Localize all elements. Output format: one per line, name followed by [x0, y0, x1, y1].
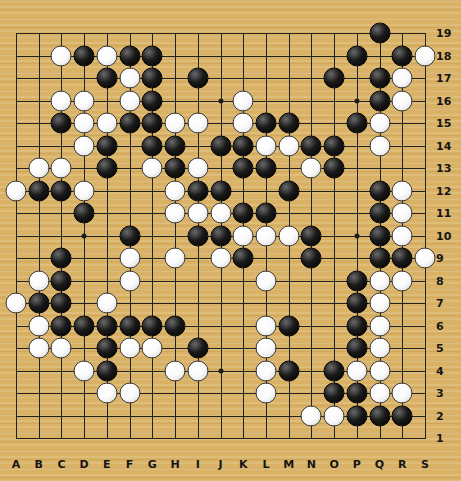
white-stone — [96, 293, 117, 314]
column-label: A — [12, 458, 21, 471]
white-stone — [187, 113, 208, 134]
column-label: H — [170, 458, 179, 471]
row-label: 3 — [436, 387, 444, 400]
black-stone — [233, 158, 254, 179]
black-stone — [210, 180, 231, 201]
black-stone — [165, 315, 186, 336]
black-stone — [255, 203, 276, 224]
row-label: 8 — [436, 274, 444, 287]
star-point — [354, 233, 359, 238]
black-stone — [233, 248, 254, 269]
black-stone — [96, 68, 117, 89]
black-stone — [165, 135, 186, 156]
black-stone — [346, 113, 367, 134]
white-stone — [96, 45, 117, 66]
black-stone — [392, 405, 413, 426]
white-stone — [119, 338, 140, 359]
black-stone — [255, 113, 276, 134]
white-stone — [187, 203, 208, 224]
white-stone — [278, 135, 299, 156]
column-label: R — [398, 458, 406, 471]
white-stone — [6, 293, 27, 314]
row-label: 2 — [436, 409, 444, 422]
white-stone — [119, 248, 140, 269]
white-stone — [6, 180, 27, 201]
black-stone — [187, 180, 208, 201]
white-stone — [392, 270, 413, 291]
grid-line-vertical — [425, 33, 426, 439]
black-stone — [369, 248, 390, 269]
star-point — [354, 98, 359, 103]
white-stone — [392, 225, 413, 246]
black-stone — [142, 90, 163, 111]
white-stone — [187, 158, 208, 179]
black-stone — [119, 315, 140, 336]
column-label: S — [421, 458, 429, 471]
row-label: 12 — [436, 184, 451, 197]
black-stone — [119, 225, 140, 246]
black-stone — [74, 315, 95, 336]
row-label: 5 — [436, 342, 444, 355]
white-stone — [119, 270, 140, 291]
column-label: Q — [375, 458, 384, 471]
column-label: F — [126, 458, 134, 471]
white-stone — [324, 405, 345, 426]
black-stone — [210, 135, 231, 156]
white-stone — [255, 315, 276, 336]
black-stone — [74, 45, 95, 66]
black-stone — [369, 225, 390, 246]
row-label: 1 — [436, 432, 444, 445]
black-stone — [369, 180, 390, 201]
black-stone — [51, 270, 72, 291]
white-stone — [96, 113, 117, 134]
black-stone — [324, 360, 345, 381]
white-stone — [165, 180, 186, 201]
white-stone — [96, 383, 117, 404]
black-stone — [346, 293, 367, 314]
black-stone — [142, 113, 163, 134]
black-stone — [301, 135, 322, 156]
black-stone — [346, 338, 367, 359]
black-stone — [255, 158, 276, 179]
white-stone — [369, 383, 390, 404]
white-stone — [119, 383, 140, 404]
white-stone — [346, 360, 367, 381]
column-label: P — [353, 458, 361, 471]
white-stone — [119, 90, 140, 111]
white-stone — [255, 338, 276, 359]
black-stone — [187, 338, 208, 359]
black-stone — [119, 45, 140, 66]
row-label: 7 — [436, 297, 444, 310]
grid-line-vertical — [39, 33, 40, 439]
row-label: 14 — [436, 139, 451, 152]
black-stone — [74, 203, 95, 224]
black-stone — [324, 383, 345, 404]
white-stone — [278, 225, 299, 246]
black-stone — [210, 225, 231, 246]
white-stone — [301, 158, 322, 179]
white-stone — [255, 383, 276, 404]
white-stone — [187, 360, 208, 381]
black-stone — [324, 68, 345, 89]
white-stone — [28, 315, 49, 336]
white-stone — [74, 90, 95, 111]
column-label: G — [148, 458, 157, 471]
white-stone — [51, 338, 72, 359]
black-stone — [51, 315, 72, 336]
white-stone — [392, 68, 413, 89]
grid-line-vertical — [16, 33, 17, 439]
black-stone — [96, 315, 117, 336]
row-label: 6 — [436, 319, 444, 332]
black-stone — [142, 135, 163, 156]
black-stone — [278, 360, 299, 381]
white-stone — [255, 135, 276, 156]
black-stone — [392, 45, 413, 66]
white-stone — [233, 90, 254, 111]
black-stone — [187, 225, 208, 246]
white-stone — [392, 203, 413, 224]
black-stone — [346, 383, 367, 404]
star-point — [218, 98, 223, 103]
white-stone — [369, 360, 390, 381]
black-stone — [233, 135, 254, 156]
black-stone — [369, 23, 390, 44]
column-label: I — [196, 458, 200, 471]
black-stone — [369, 405, 390, 426]
white-stone — [142, 158, 163, 179]
column-label: D — [80, 458, 89, 471]
white-stone — [74, 180, 95, 201]
black-stone — [142, 68, 163, 89]
white-stone — [28, 270, 49, 291]
black-stone — [346, 270, 367, 291]
black-stone — [346, 405, 367, 426]
white-stone — [369, 113, 390, 134]
white-stone — [210, 203, 231, 224]
black-stone — [369, 68, 390, 89]
white-stone — [255, 225, 276, 246]
column-label: E — [103, 458, 111, 471]
white-stone — [255, 360, 276, 381]
white-stone — [369, 315, 390, 336]
black-stone — [301, 248, 322, 269]
column-label: M — [283, 458, 294, 471]
row-label: 10 — [436, 229, 451, 242]
black-stone — [51, 248, 72, 269]
column-label: O — [329, 458, 338, 471]
white-stone — [233, 225, 254, 246]
white-stone — [119, 68, 140, 89]
black-stone — [346, 45, 367, 66]
white-stone — [369, 135, 390, 156]
star-point — [218, 368, 223, 373]
white-stone — [165, 248, 186, 269]
row-label: 18 — [436, 49, 451, 62]
white-stone — [74, 360, 95, 381]
black-stone — [28, 293, 49, 314]
black-stone — [369, 203, 390, 224]
black-stone — [233, 203, 254, 224]
black-stone — [96, 360, 117, 381]
black-stone — [278, 113, 299, 134]
row-label: 11 — [436, 207, 451, 220]
row-label: 17 — [436, 72, 451, 85]
black-stone — [301, 225, 322, 246]
white-stone — [392, 383, 413, 404]
black-stone — [187, 68, 208, 89]
white-stone — [74, 135, 95, 156]
white-stone — [415, 248, 436, 269]
white-stone — [51, 90, 72, 111]
black-stone — [324, 158, 345, 179]
black-stone — [392, 248, 413, 269]
white-stone — [301, 405, 322, 426]
white-stone — [28, 158, 49, 179]
white-stone — [165, 360, 186, 381]
row-label: 19 — [436, 27, 451, 40]
black-stone — [142, 45, 163, 66]
star-point — [82, 233, 87, 238]
black-stone — [28, 180, 49, 201]
go-board-app: ABCDEFGHIJKLMNOPQRS 19181716151413121110… — [0, 0, 461, 481]
white-stone — [415, 45, 436, 66]
white-stone — [392, 180, 413, 201]
black-stone — [278, 315, 299, 336]
black-stone — [51, 180, 72, 201]
column-label: C — [57, 458, 65, 471]
column-label: K — [239, 458, 248, 471]
white-stone — [369, 293, 390, 314]
black-stone — [119, 113, 140, 134]
white-stone — [255, 270, 276, 291]
white-stone — [74, 113, 95, 134]
row-label: 15 — [436, 117, 451, 130]
black-stone — [165, 158, 186, 179]
row-label: 16 — [436, 94, 451, 107]
row-label: 4 — [436, 364, 444, 377]
white-stone — [51, 158, 72, 179]
white-stone — [233, 113, 254, 134]
black-stone — [51, 113, 72, 134]
white-stone — [51, 45, 72, 66]
black-stone — [96, 158, 117, 179]
black-stone — [51, 293, 72, 314]
black-stone — [324, 135, 345, 156]
white-stone — [210, 248, 231, 269]
column-label: B — [35, 458, 43, 471]
white-stone — [165, 113, 186, 134]
white-stone — [392, 90, 413, 111]
black-stone — [278, 180, 299, 201]
white-stone — [165, 203, 186, 224]
column-label: L — [262, 458, 269, 471]
column-label: J — [218, 458, 222, 471]
white-stone — [369, 270, 390, 291]
black-stone — [346, 315, 367, 336]
black-stone — [369, 90, 390, 111]
black-stone — [96, 135, 117, 156]
white-stone — [142, 338, 163, 359]
row-label: 13 — [436, 162, 451, 175]
column-label: N — [307, 458, 316, 471]
black-stone — [96, 338, 117, 359]
black-stone — [142, 315, 163, 336]
white-stone — [369, 338, 390, 359]
row-label: 9 — [436, 252, 444, 265]
white-stone — [28, 338, 49, 359]
